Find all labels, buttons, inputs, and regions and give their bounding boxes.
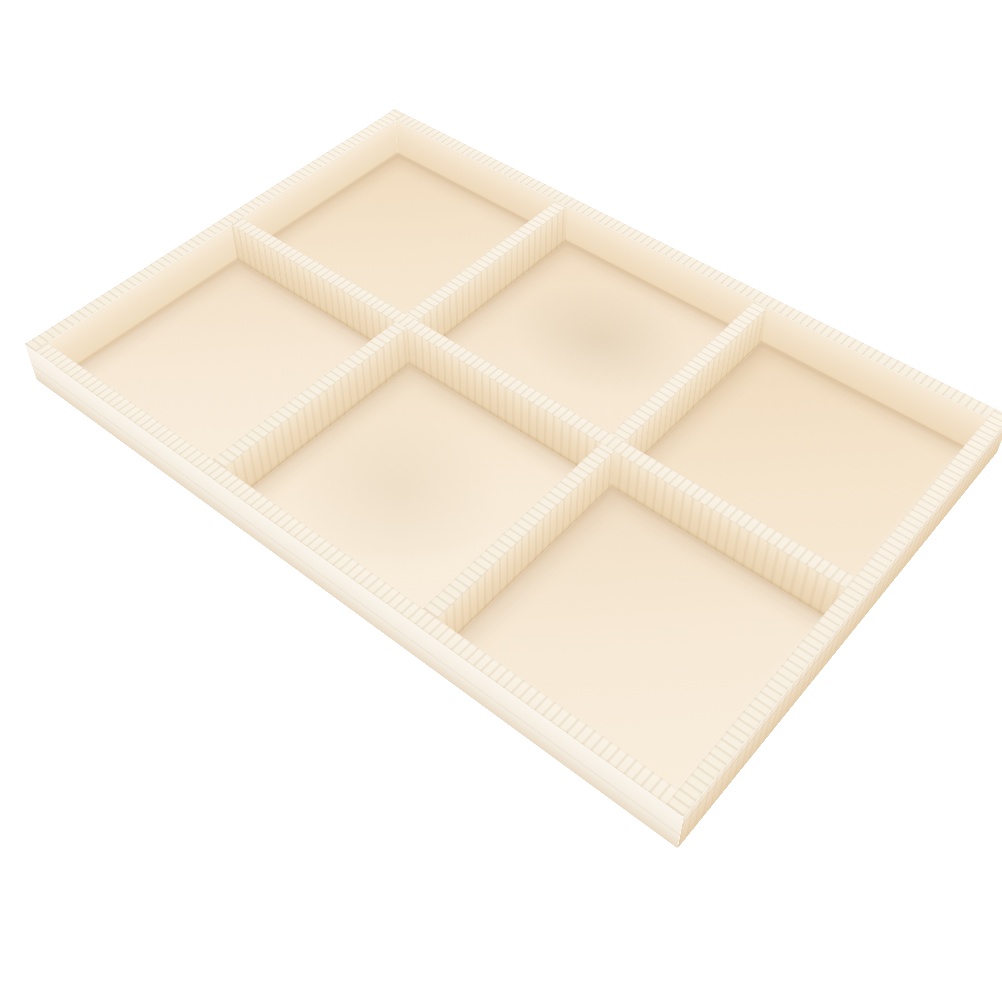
wooden-tray (37, 144, 998, 849)
product-photo (0, 0, 1002, 1002)
photo-scene (0, 0, 1002, 1002)
